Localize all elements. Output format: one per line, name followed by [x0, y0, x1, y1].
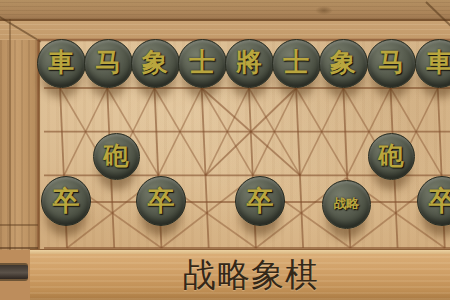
black-chariot-left[interactable]: 車 [37, 39, 86, 88]
black-soldier-7-logo[interactable]: 战略 [322, 180, 371, 229]
piece-glyph: 马 [95, 49, 121, 75]
board-frame-left [0, 40, 40, 250]
black-horse-right[interactable]: 马 [367, 39, 416, 88]
black-horse-left[interactable]: 马 [84, 39, 133, 88]
frame-seam-vertical [9, 19, 11, 250]
board-title: 战略象棋 [183, 255, 403, 295]
xiangqi-board-scene: 車马象士將士象马車砲砲卒卒卒战略卒 战略象棋 [0, 0, 450, 300]
piece-glyph: 車 [48, 49, 74, 75]
black-cannon-right[interactable]: 砲 [368, 133, 415, 180]
piece-glyph: 卒 [247, 187, 274, 214]
piece-glyph: 士 [283, 49, 309, 75]
wood-knot [315, 6, 333, 15]
piece-glyph: 車 [426, 49, 450, 75]
black-elephant-left[interactable]: 象 [131, 39, 180, 88]
board-front-edge-highlight [30, 249, 450, 254]
black-advisor-left[interactable]: 士 [178, 39, 227, 88]
table-gap-shadow [0, 263, 28, 281]
black-soldier-1[interactable]: 卒 [41, 176, 91, 226]
table-top-plank [0, 0, 450, 21]
piece-glyph: 卒 [429, 187, 450, 214]
frame-seam-horizontal-2 [0, 247, 38, 249]
piece-glyph: 象 [330, 49, 356, 75]
piece-glyph: 士 [189, 49, 215, 75]
frame-seam-horizontal-1 [0, 224, 38, 226]
piece-glyph: 卒 [53, 187, 80, 214]
black-cannon-left[interactable]: 砲 [93, 133, 140, 180]
black-advisor-right[interactable]: 士 [272, 39, 321, 88]
piece-glyph: 卒 [148, 187, 175, 214]
black-soldier-5[interactable]: 卒 [235, 176, 285, 226]
board-frame-top [0, 21, 450, 40]
piece-glyph: 战略 [334, 197, 358, 210]
piece-glyph: 砲 [379, 143, 404, 168]
black-soldier-3[interactable]: 卒 [136, 176, 186, 226]
piece-glyph: 象 [142, 49, 168, 75]
black-general[interactable]: 將 [225, 39, 274, 88]
piece-glyph: 砲 [104, 143, 129, 168]
black-elephant-right[interactable]: 象 [319, 39, 368, 88]
piece-glyph: 將 [236, 49, 262, 75]
piece-glyph: 马 [378, 49, 404, 75]
